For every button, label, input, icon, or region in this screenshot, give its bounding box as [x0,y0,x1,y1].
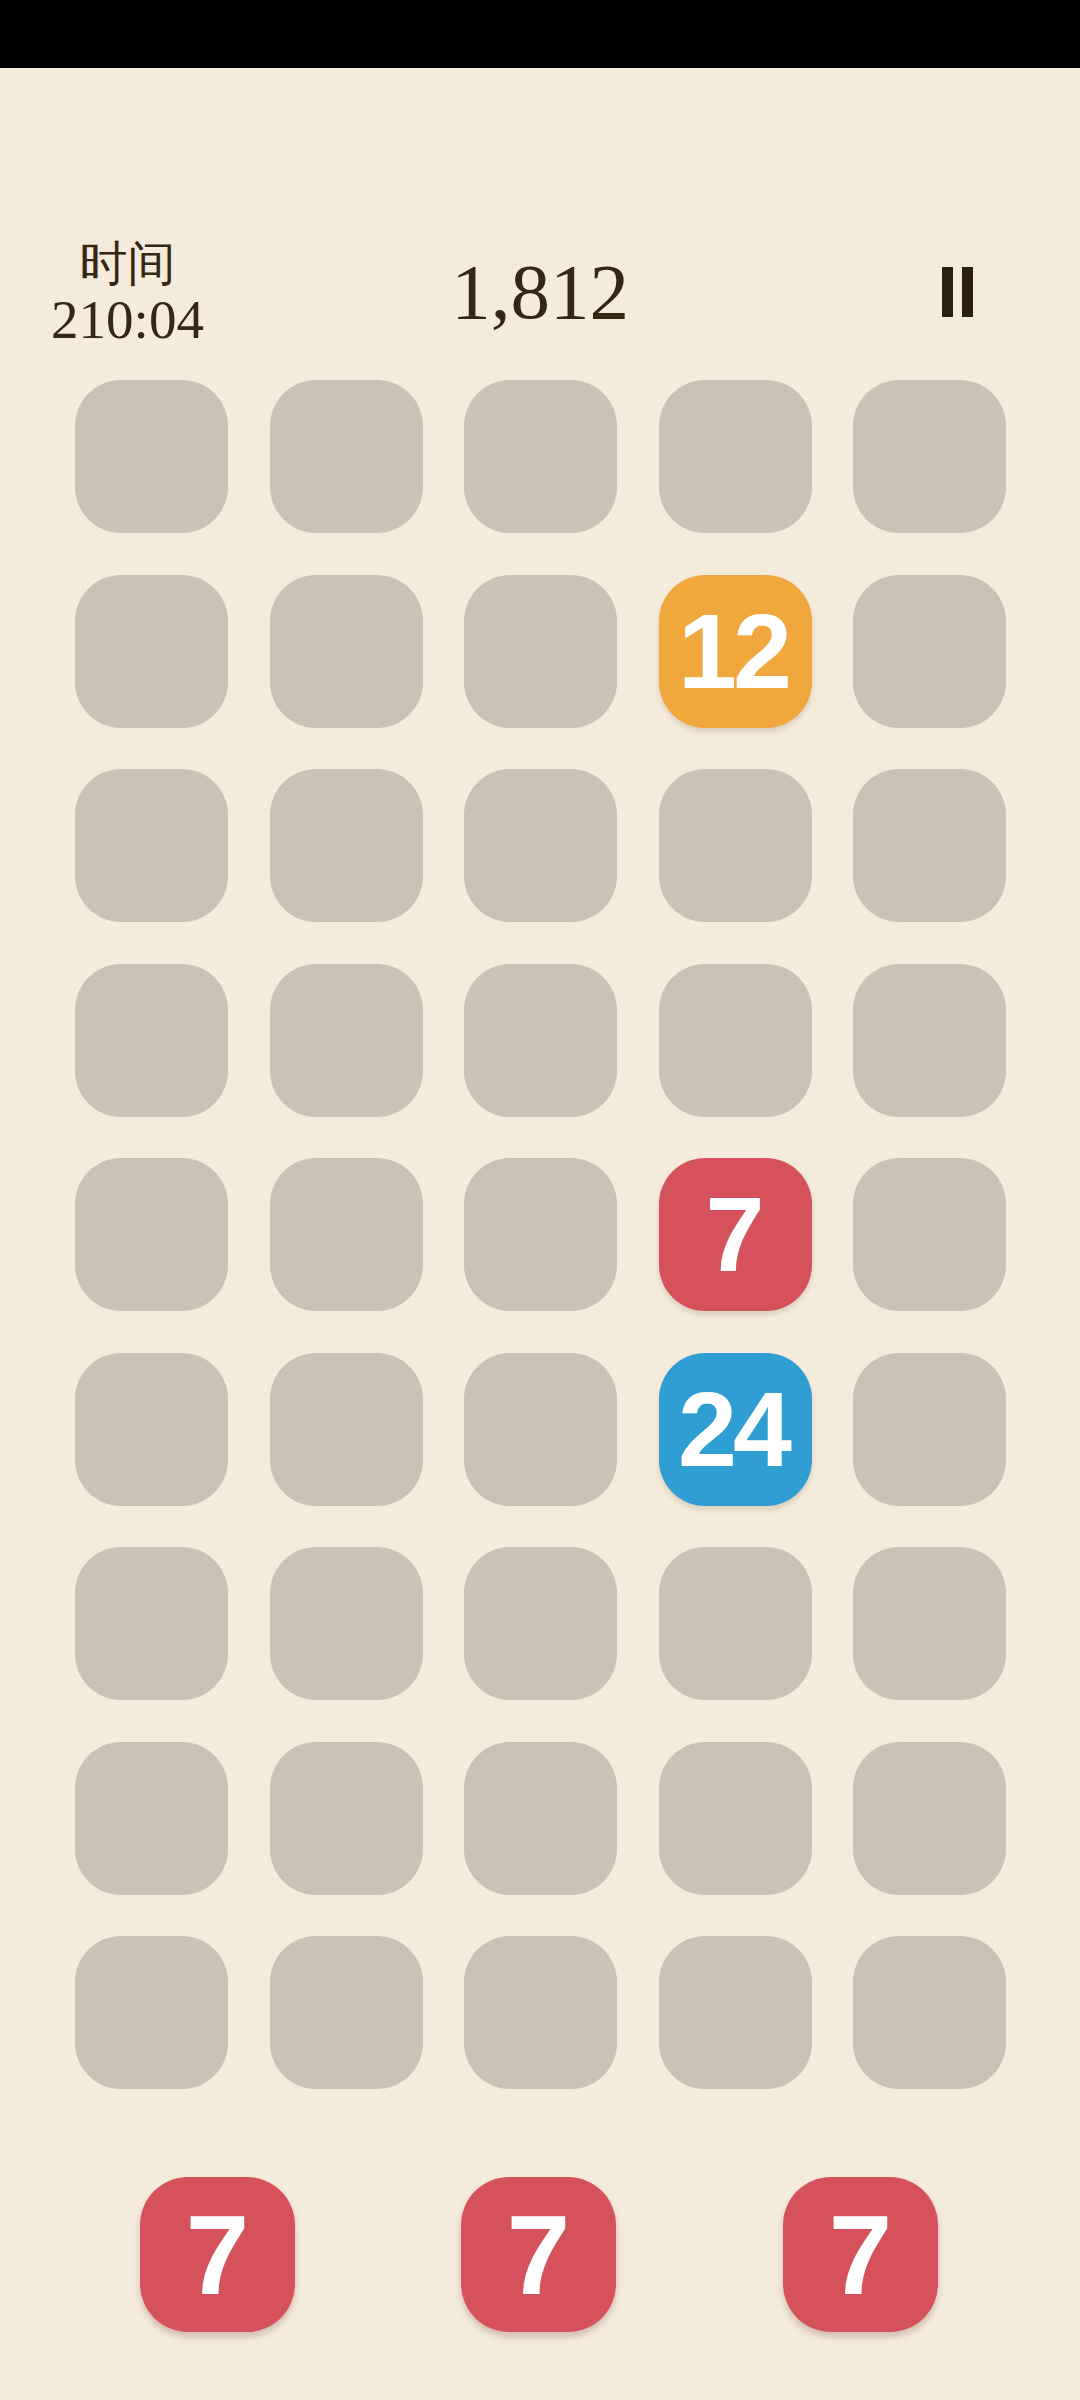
board-cell-empty[interactable] [853,1936,1006,2089]
board-cell-empty[interactable] [464,1547,617,1700]
board-cell-empty[interactable] [853,380,1006,533]
board-cell-empty[interactable] [270,1742,423,1895]
next-tiles-tray: 777 [0,2177,1080,2332]
board-cell-empty[interactable] [75,575,228,728]
board-cell-empty[interactable] [75,380,228,533]
board-cell-empty[interactable] [853,964,1006,1117]
board-cell-empty[interactable] [464,1742,617,1895]
status-bar [0,0,1080,68]
board-cell-empty[interactable] [464,380,617,533]
tray-tile-7[interactable]: 7 [140,2177,295,2332]
board-cell-empty[interactable] [853,769,1006,922]
board-cell-empty[interactable] [464,964,617,1117]
board-cell-empty[interactable] [464,575,617,728]
board-tile-12[interactable]: 12 [659,575,812,728]
board-cell-empty[interactable] [270,575,423,728]
board-cell-empty[interactable] [659,1936,812,2089]
board-tile-7[interactable]: 7 [659,1158,812,1311]
board-cell-empty[interactable] [270,380,423,533]
board-cell-empty[interactable] [659,769,812,922]
board-cell-empty[interactable] [75,1158,228,1311]
board-cell-empty[interactable] [270,1547,423,1700]
board-cell-empty[interactable] [270,1936,423,2089]
time-value: 210:04 [20,292,235,347]
pause-icon [942,267,953,317]
board-cell-empty[interactable] [75,769,228,922]
board-cell-empty[interactable] [75,1547,228,1700]
board-cell-empty[interactable] [464,1936,617,2089]
time-label: 时间 [20,238,235,290]
board: 12724 [75,380,1006,2089]
board-cell-empty[interactable] [270,1353,423,1506]
board-cell-empty[interactable] [270,1158,423,1311]
board-cell-empty[interactable] [853,1353,1006,1506]
tray-tile-7[interactable]: 7 [461,2177,616,2332]
game-screen: 时间 210:04 1,812 12724 777 [0,0,1080,2400]
board-cell-empty[interactable] [464,1353,617,1506]
pause-button[interactable] [926,252,988,332]
board-cell-empty[interactable] [270,964,423,1117]
board-cell-empty[interactable] [853,1742,1006,1895]
board-cell-empty[interactable] [75,1936,228,2089]
board-cell-empty[interactable] [853,1158,1006,1311]
board-cell-empty[interactable] [659,1742,812,1895]
tray-tile-7[interactable]: 7 [783,2177,938,2332]
board-tile-24[interactable]: 24 [659,1353,812,1506]
board-cell-empty[interactable] [853,575,1006,728]
board-cell-empty[interactable] [75,1353,228,1506]
board-cell-empty[interactable] [464,1158,617,1311]
board-cell-empty[interactable] [659,380,812,533]
board-cell-empty[interactable] [659,964,812,1117]
board-cell-empty[interactable] [853,1547,1006,1700]
board-cell-empty[interactable] [659,1547,812,1700]
time-display: 时间 210:04 [20,238,235,347]
score-value: 1,812 [290,252,790,331]
pause-icon [962,267,973,317]
board-cell-empty[interactable] [270,769,423,922]
board-cell-empty[interactable] [464,769,617,922]
board-cell-empty[interactable] [75,1742,228,1895]
board-cell-empty[interactable] [75,964,228,1117]
